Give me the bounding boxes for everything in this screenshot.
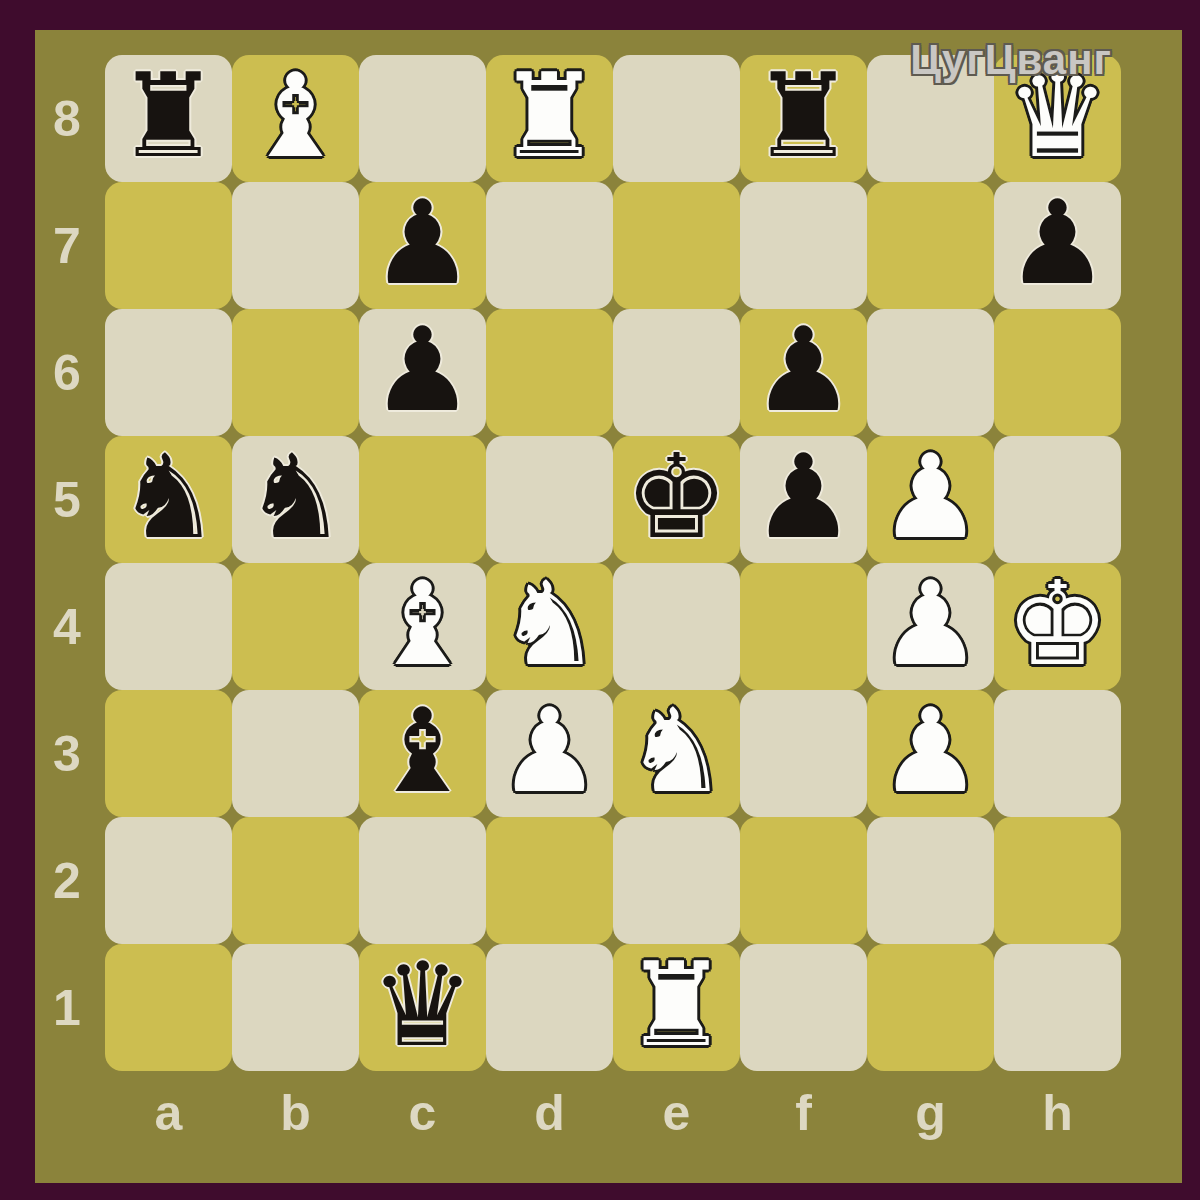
square-a3[interactable] — [105, 690, 232, 817]
square-d2[interactable] — [486, 817, 613, 944]
piece-black-knight[interactable]: ♞ — [117, 439, 221, 555]
square-b6[interactable] — [232, 309, 359, 436]
square-e4[interactable] — [613, 563, 740, 690]
square-g5[interactable]: ♟ — [867, 436, 994, 563]
piece-black-knight[interactable]: ♞ — [244, 439, 348, 555]
square-c1[interactable]: ♛ — [359, 944, 486, 1071]
file-labels: abcdefgh — [105, 1071, 1121, 1155]
square-d4[interactable]: ♞ — [486, 563, 613, 690]
rank-label-3: 3 — [33, 690, 101, 817]
square-e2[interactable] — [613, 817, 740, 944]
rank-label-7: 7 — [33, 182, 101, 309]
piece-white-rook[interactable]: ♜ — [498, 58, 602, 174]
watermark: ЦугЦванг — [910, 36, 1112, 84]
square-h6[interactable] — [994, 309, 1121, 436]
rank-label-2: 2 — [33, 817, 101, 944]
square-f3[interactable] — [740, 690, 867, 817]
square-a5[interactable]: ♞ — [105, 436, 232, 563]
square-d8[interactable]: ♜ — [486, 55, 613, 182]
piece-black-rook[interactable]: ♜ — [117, 58, 221, 174]
square-c8[interactable] — [359, 55, 486, 182]
square-d6[interactable] — [486, 309, 613, 436]
square-c3[interactable]: ♝ — [359, 690, 486, 817]
piece-white-bishop[interactable]: ♝ — [244, 58, 348, 174]
square-c4[interactable]: ♝ — [359, 563, 486, 690]
rank-labels: 87654321 — [33, 55, 101, 1071]
piece-white-knight[interactable]: ♞ — [625, 693, 729, 809]
square-a2[interactable] — [105, 817, 232, 944]
square-f8[interactable]: ♜ — [740, 55, 867, 182]
square-e8[interactable] — [613, 55, 740, 182]
square-e6[interactable] — [613, 309, 740, 436]
square-b5[interactable]: ♞ — [232, 436, 359, 563]
piece-white-pawn[interactable]: ♟ — [879, 439, 983, 555]
square-d3[interactable]: ♟ — [486, 690, 613, 817]
rank-label-8: 8 — [33, 55, 101, 182]
file-label-h: h — [994, 1071, 1121, 1155]
rank-label-1: 1 — [33, 944, 101, 1071]
square-c6[interactable]: ♟ — [359, 309, 486, 436]
piece-white-knight[interactable]: ♞ — [498, 566, 602, 682]
square-f4[interactable] — [740, 563, 867, 690]
chess-board: ♜♝♜♜♛♟♟♟♟♞♞♚♟♟♝♞♟♚♝♟♞♟♛♜ — [105, 55, 1121, 1071]
file-label-f: f — [740, 1071, 867, 1155]
square-a1[interactable] — [105, 944, 232, 1071]
square-e5[interactable]: ♚ — [613, 436, 740, 563]
piece-black-queen[interactable]: ♛ — [371, 947, 475, 1063]
square-b2[interactable] — [232, 817, 359, 944]
square-g1[interactable] — [867, 944, 994, 1071]
file-label-g: g — [867, 1071, 994, 1155]
file-label-b: b — [232, 1071, 359, 1155]
square-a4[interactable] — [105, 563, 232, 690]
piece-black-pawn[interactable]: ♟ — [371, 312, 475, 428]
square-b1[interactable] — [232, 944, 359, 1071]
file-label-d: d — [486, 1071, 613, 1155]
square-b3[interactable] — [232, 690, 359, 817]
square-g6[interactable] — [867, 309, 994, 436]
square-e1[interactable]: ♜ — [613, 944, 740, 1071]
square-e3[interactable]: ♞ — [613, 690, 740, 817]
square-g7[interactable] — [867, 182, 994, 309]
square-f1[interactable] — [740, 944, 867, 1071]
square-g4[interactable]: ♟ — [867, 563, 994, 690]
square-c7[interactable]: ♟ — [359, 182, 486, 309]
square-h4[interactable]: ♚ — [994, 563, 1121, 690]
square-b7[interactable] — [232, 182, 359, 309]
square-f7[interactable] — [740, 182, 867, 309]
square-f5[interactable]: ♟ — [740, 436, 867, 563]
square-b8[interactable]: ♝ — [232, 55, 359, 182]
square-h7[interactable]: ♟ — [994, 182, 1121, 309]
piece-black-pawn[interactable]: ♟ — [752, 312, 856, 428]
square-c2[interactable] — [359, 817, 486, 944]
rank-label-6: 6 — [33, 309, 101, 436]
square-h3[interactable] — [994, 690, 1121, 817]
file-label-e: e — [613, 1071, 740, 1155]
square-a7[interactable] — [105, 182, 232, 309]
rank-label-4: 4 — [33, 563, 101, 690]
square-d5[interactable] — [486, 436, 613, 563]
square-g2[interactable] — [867, 817, 994, 944]
piece-black-rook[interactable]: ♜ — [752, 58, 856, 174]
square-f2[interactable] — [740, 817, 867, 944]
rank-label-5: 5 — [33, 436, 101, 563]
piece-white-rook[interactable]: ♜ — [625, 947, 729, 1063]
piece-white-pawn[interactable]: ♟ — [879, 693, 983, 809]
square-a6[interactable] — [105, 309, 232, 436]
piece-black-pawn[interactable]: ♟ — [1006, 185, 1110, 301]
square-d1[interactable] — [486, 944, 613, 1071]
file-label-a: a — [105, 1071, 232, 1155]
piece-black-king[interactable]: ♚ — [625, 439, 729, 555]
square-d7[interactable] — [486, 182, 613, 309]
square-h2[interactable] — [994, 817, 1121, 944]
square-a8[interactable]: ♜ — [105, 55, 232, 182]
file-label-c: c — [359, 1071, 486, 1155]
square-c5[interactable] — [359, 436, 486, 563]
square-e7[interactable] — [613, 182, 740, 309]
piece-white-king[interactable]: ♚ — [1006, 566, 1110, 682]
piece-black-pawn[interactable]: ♟ — [752, 439, 856, 555]
piece-black-bishop[interactable]: ♝ — [371, 693, 475, 809]
square-b4[interactable] — [232, 563, 359, 690]
piece-white-bishop[interactable]: ♝ — [371, 566, 475, 682]
piece-black-pawn[interactable]: ♟ — [371, 185, 475, 301]
piece-white-pawn[interactable]: ♟ — [879, 566, 983, 682]
square-h1[interactable] — [994, 944, 1121, 1071]
piece-white-pawn[interactable]: ♟ — [498, 693, 602, 809]
square-g3[interactable]: ♟ — [867, 690, 994, 817]
square-h5[interactable] — [994, 436, 1121, 563]
square-f6[interactable]: ♟ — [740, 309, 867, 436]
